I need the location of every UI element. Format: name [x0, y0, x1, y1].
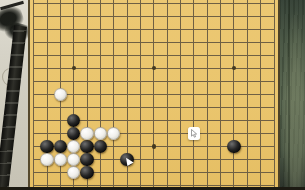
left-backdrop-painting [0, 0, 28, 190]
stone-black[interactable] [67, 114, 80, 127]
grid-line-horizontal [34, 16, 274, 17]
star-point [152, 144, 156, 148]
go-app-screenshot [0, 0, 305, 190]
stone-white[interactable] [80, 127, 93, 140]
stone-white[interactable] [67, 140, 80, 153]
stone-white[interactable] [40, 153, 53, 166]
stone-black[interactable] [40, 140, 53, 153]
stone-black[interactable] [94, 140, 107, 153]
last-move-marker [120, 153, 133, 166]
stone-black[interactable] [80, 153, 93, 166]
star-point [232, 66, 236, 70]
mouse-cursor [188, 127, 200, 139]
stone-black[interactable] [80, 166, 93, 179]
stone-white[interactable] [54, 88, 67, 101]
grid-line-horizontal [34, 107, 274, 108]
go-board[interactable] [28, 0, 280, 190]
grid-line-horizontal [34, 3, 274, 4]
tree-trunk-shape [0, 25, 27, 190]
stone-white[interactable] [54, 153, 67, 166]
right-backdrop-foliage [280, 0, 305, 190]
stone-white[interactable] [107, 127, 120, 140]
grid-line-horizontal [34, 94, 274, 95]
grid-line-horizontal [34, 185, 274, 186]
stone-black[interactable] [227, 140, 240, 153]
star-point [72, 66, 76, 70]
grid-line-horizontal [34, 55, 274, 56]
grid-line-horizontal [34, 42, 274, 43]
stone-black[interactable] [54, 140, 67, 153]
stone-white[interactable] [67, 153, 80, 166]
pointer-arrow-icon [191, 129, 198, 138]
stone-white[interactable] [94, 127, 107, 140]
stone-white[interactable] [67, 166, 80, 179]
foliage-streak-shape [288, 0, 290, 190]
grid-line-horizontal [34, 81, 274, 82]
board-bottom-edge [0, 187, 305, 190]
grid-line-horizontal [34, 29, 274, 30]
star-point [152, 66, 156, 70]
stone-black[interactable] [67, 127, 80, 140]
stone-black[interactable] [80, 140, 93, 153]
stone-black[interactable] [120, 153, 133, 166]
